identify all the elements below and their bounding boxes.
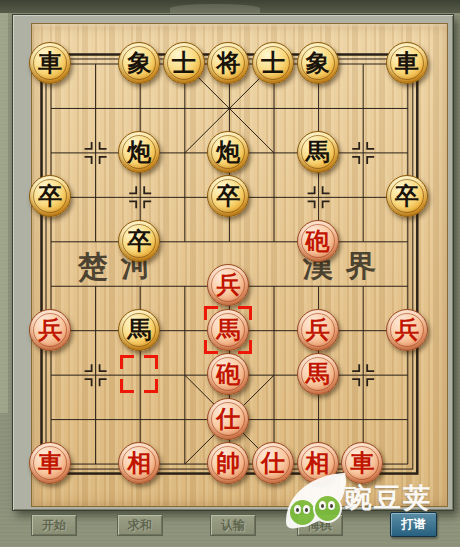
piece-black-horse[interactable]: 馬 bbox=[118, 309, 160, 351]
piece-red-soldier[interactable]: 兵 bbox=[386, 309, 428, 351]
piece-red-chariot[interactable]: 車 bbox=[29, 442, 71, 484]
piece-red-horse[interactable]: 馬 bbox=[297, 353, 339, 395]
piece-red-elephant[interactable]: 相 bbox=[118, 442, 160, 484]
piece-black-cannon[interactable]: 炮 bbox=[118, 131, 160, 173]
piece-black-chariot[interactable]: 車 bbox=[29, 42, 71, 84]
last-move-origin-marker bbox=[120, 355, 158, 393]
piece-red-soldier[interactable]: 兵 bbox=[297, 309, 339, 351]
piece-black-soldier[interactable]: 卒 bbox=[386, 175, 428, 217]
piece-black-advisor[interactable]: 士 bbox=[163, 42, 205, 84]
piece-black-soldier[interactable]: 卒 bbox=[29, 175, 71, 217]
piece-black-cannon[interactable]: 炮 bbox=[207, 131, 249, 173]
piece-black-horse[interactable]: 馬 bbox=[297, 131, 339, 173]
window-top-bar bbox=[0, 0, 460, 13]
piece-red-advisor[interactable]: 仕 bbox=[207, 398, 249, 440]
game-window: 楚河 漢界 車象士将士象車炮炮馬卒卒卒卒馬砲兵兵馬兵兵砲馬仕車相帥仕相車 开始 … bbox=[0, 0, 460, 547]
piece-black-chariot[interactable]: 車 bbox=[386, 42, 428, 84]
piece-red-cannon[interactable]: 砲 bbox=[207, 353, 249, 395]
piece-black-general[interactable]: 将 bbox=[207, 42, 249, 84]
piece-red-horse[interactable]: 馬 bbox=[207, 309, 249, 351]
piece-red-chariot[interactable]: 相 bbox=[297, 442, 339, 484]
piece-red-soldier[interactable]: 兵 bbox=[29, 309, 71, 351]
notation-button[interactable]: 打谱 bbox=[390, 512, 437, 537]
piece-red-chariot[interactable]: 車 bbox=[341, 442, 383, 484]
draw-button[interactable]: 求和 bbox=[117, 514, 163, 536]
piece-black-advisor[interactable]: 士 bbox=[252, 42, 294, 84]
piece-red-advisor[interactable]: 仕 bbox=[252, 442, 294, 484]
piece-red-cannon[interactable]: 砲 bbox=[297, 220, 339, 262]
resign-button[interactable]: 认输 bbox=[210, 514, 256, 536]
piece-black-soldier[interactable]: 卒 bbox=[118, 220, 160, 262]
undo-button[interactable]: 悔棋 bbox=[297, 514, 343, 536]
piece-red-soldier[interactable]: 兵 bbox=[207, 264, 249, 306]
piece-red-general[interactable]: 帥 bbox=[207, 442, 249, 484]
piece-black-soldier[interactable]: 卒 bbox=[207, 175, 249, 217]
pieces-grid: 車象士将士象車炮炮馬卒卒卒卒馬砲兵兵馬兵兵砲馬仕車相帥仕相車 bbox=[28, 41, 429, 485]
piece-black-elephant[interactable]: 象 bbox=[118, 42, 160, 84]
piece-black-elephant[interactable]: 象 bbox=[297, 42, 339, 84]
left-edge-highlight bbox=[0, 13, 8, 413]
start-button[interactable]: 开始 bbox=[31, 514, 77, 536]
